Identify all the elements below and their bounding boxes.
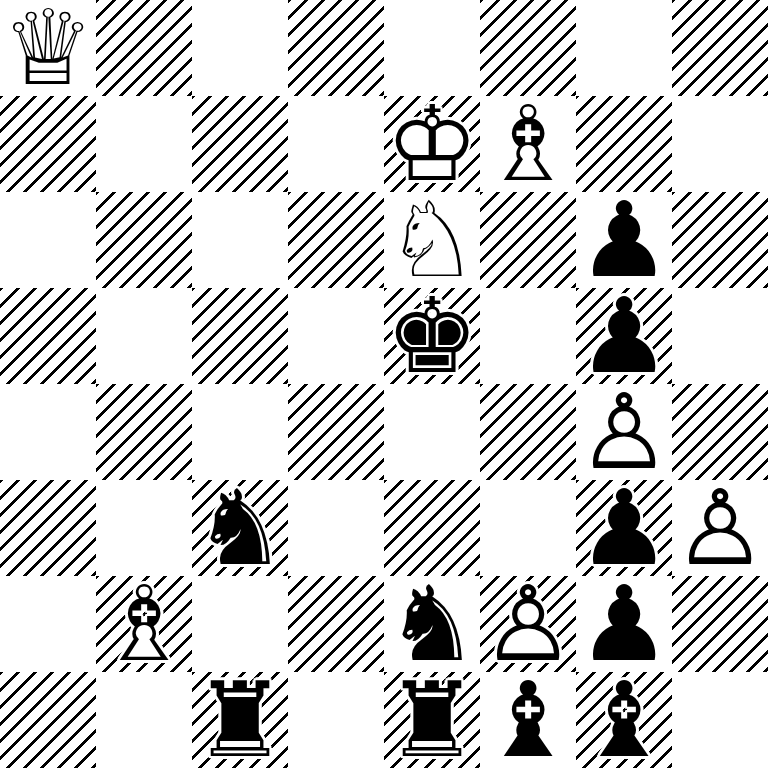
square-c5[interactable] [192,288,288,384]
square-c4[interactable] [192,384,288,480]
square-d1[interactable] [288,672,384,768]
white-bishop-glyph: ♗ [480,96,576,192]
black-rook-piece: ♜♜ [384,672,480,768]
square-a8[interactable]: ♛♕ [0,0,96,96]
square-d5[interactable] [288,288,384,384]
black-bishop-piece: ♝♝ [480,672,576,768]
black-rook-piece: ♜♜ [192,672,288,768]
square-h5[interactable] [672,288,768,384]
square-d8[interactable] [288,0,384,96]
square-c2[interactable] [192,576,288,672]
square-h4[interactable] [672,384,768,480]
black-bishop-glyph: ♝ [480,672,576,768]
square-g4[interactable]: ♟♙ [576,384,672,480]
black-bishop-piece: ♝♝ [576,672,672,768]
square-g2[interactable]: ♟♟ [576,576,672,672]
chess-board: ♛♕♚♔♝♗♞♘♟♟♚♚♟♟♟♙♞♞♟♟♟♙♝♗♞♞♟♙♟♟♜♜♜♜♝♝♝♝ [0,0,768,768]
square-f6[interactable] [480,192,576,288]
square-g8[interactable] [576,0,672,96]
white-knight-glyph: ♘ [384,192,480,288]
white-king-piece: ♚♔ [384,96,480,192]
white-queen-glyph: ♕ [0,0,96,96]
square-g5[interactable]: ♟♟ [576,288,672,384]
black-rook-glyph: ♜ [192,672,288,768]
square-d4[interactable] [288,384,384,480]
white-bishop-piece: ♝♗ [96,576,192,672]
black-king-glyph: ♚ [384,288,480,384]
square-b3[interactable] [96,480,192,576]
black-knight-glyph: ♞ [192,480,288,576]
square-e8[interactable] [384,0,480,96]
black-pawn-glyph: ♟ [576,576,672,672]
square-b7[interactable] [96,96,192,192]
white-pawn-glyph: ♙ [576,384,672,480]
square-f8[interactable] [480,0,576,96]
square-a5[interactable] [0,288,96,384]
square-h7[interactable] [672,96,768,192]
square-d3[interactable] [288,480,384,576]
black-bishop-glyph: ♝ [576,672,672,768]
square-b5[interactable] [96,288,192,384]
square-e5[interactable]: ♚♚ [384,288,480,384]
square-f1[interactable]: ♝♝ [480,672,576,768]
square-c8[interactable] [192,0,288,96]
white-queen-piece: ♛♕ [0,0,96,96]
white-bishop-glyph: ♗ [96,576,192,672]
square-f7[interactable]: ♝♗ [480,96,576,192]
square-b1[interactable] [96,672,192,768]
square-e4[interactable] [384,384,480,480]
black-knight-glyph: ♞ [384,576,480,672]
square-d6[interactable] [288,192,384,288]
square-g1[interactable]: ♝♝ [576,672,672,768]
white-pawn-piece: ♟♙ [672,480,768,576]
white-pawn-glyph: ♙ [672,480,768,576]
square-f2[interactable]: ♟♙ [480,576,576,672]
square-f4[interactable] [480,384,576,480]
square-g7[interactable] [576,96,672,192]
square-a3[interactable] [0,480,96,576]
square-h2[interactable] [672,576,768,672]
black-pawn-piece: ♟♟ [576,480,672,576]
square-e1[interactable]: ♜♜ [384,672,480,768]
white-pawn-glyph: ♙ [480,576,576,672]
square-g3[interactable]: ♟♟ [576,480,672,576]
black-pawn-glyph: ♟ [576,480,672,576]
square-c7[interactable] [192,96,288,192]
white-pawn-piece: ♟♙ [480,576,576,672]
square-a6[interactable] [0,192,96,288]
square-b6[interactable] [96,192,192,288]
black-pawn-glyph: ♟ [576,288,672,384]
square-h1[interactable] [672,672,768,768]
black-rook-glyph: ♜ [384,672,480,768]
square-d2[interactable] [288,576,384,672]
black-knight-piece: ♞♞ [384,576,480,672]
square-c6[interactable] [192,192,288,288]
white-pawn-piece: ♟♙ [576,384,672,480]
square-e2[interactable]: ♞♞ [384,576,480,672]
black-pawn-glyph: ♟ [576,192,672,288]
square-e6[interactable]: ♞♘ [384,192,480,288]
square-a7[interactable] [0,96,96,192]
black-pawn-piece: ♟♟ [576,576,672,672]
square-f3[interactable] [480,480,576,576]
square-h8[interactable] [672,0,768,96]
black-pawn-piece: ♟♟ [576,192,672,288]
black-king-piece: ♚♚ [384,288,480,384]
square-c3[interactable]: ♞♞ [192,480,288,576]
square-h3[interactable]: ♟♙ [672,480,768,576]
white-knight-piece: ♞♘ [384,192,480,288]
white-bishop-piece: ♝♗ [480,96,576,192]
square-b4[interactable] [96,384,192,480]
black-knight-piece: ♞♞ [192,480,288,576]
square-a1[interactable] [0,672,96,768]
square-e7[interactable]: ♚♔ [384,96,480,192]
square-a4[interactable] [0,384,96,480]
square-d7[interactable] [288,96,384,192]
white-king-glyph: ♔ [384,96,480,192]
square-e3[interactable] [384,480,480,576]
square-a2[interactable] [0,576,96,672]
square-b8[interactable] [96,0,192,96]
black-pawn-piece: ♟♟ [576,288,672,384]
square-h6[interactable] [672,192,768,288]
square-b2[interactable]: ♝♗ [96,576,192,672]
square-g6[interactable]: ♟♟ [576,192,672,288]
square-f5[interactable] [480,288,576,384]
square-c1[interactable]: ♜♜ [192,672,288,768]
